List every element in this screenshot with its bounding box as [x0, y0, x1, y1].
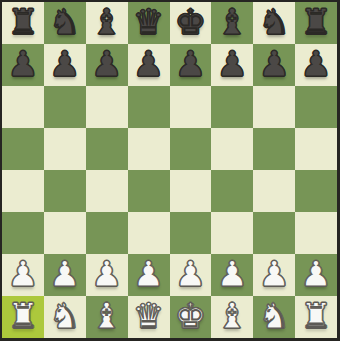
square-b1[interactable]: ♞: [44, 296, 86, 338]
black-bishop[interactable]: ♝: [91, 5, 122, 40]
square-c2[interactable]: ♟: [86, 254, 128, 296]
square-d7[interactable]: ♟: [128, 44, 170, 86]
square-c6[interactable]: [86, 86, 128, 128]
square-c5[interactable]: [86, 128, 128, 170]
white-pawn[interactable]: ♟: [7, 257, 38, 292]
square-d5[interactable]: [128, 128, 170, 170]
white-pawn[interactable]: ♟: [91, 257, 122, 292]
chess-board: ♜♞♝♛♚♝♞♜♟♟♟♟♟♟♟♟♟♟♟♟♟♟♟♟♜♞♝♛♚♝♞♜: [2, 2, 337, 338]
square-f6[interactable]: [211, 86, 253, 128]
square-e6[interactable]: [170, 86, 212, 128]
square-e5[interactable]: [170, 128, 212, 170]
square-c3[interactable]: [86, 212, 128, 254]
square-a3[interactable]: [2, 212, 44, 254]
white-bishop[interactable]: ♝: [217, 299, 248, 334]
square-g3[interactable]: [253, 212, 295, 254]
square-b4[interactable]: [44, 170, 86, 212]
white-knight[interactable]: ♞: [258, 299, 289, 334]
square-f1[interactable]: ♝: [211, 296, 253, 338]
square-d4[interactable]: [128, 170, 170, 212]
square-e2[interactable]: ♟: [170, 254, 212, 296]
white-pawn[interactable]: ♟: [258, 257, 289, 292]
square-e7[interactable]: ♟: [170, 44, 212, 86]
white-pawn[interactable]: ♟: [217, 257, 248, 292]
square-a6[interactable]: [2, 86, 44, 128]
square-b5[interactable]: [44, 128, 86, 170]
black-king[interactable]: ♚: [175, 5, 206, 40]
square-h8[interactable]: ♜: [295, 2, 337, 44]
black-rook[interactable]: ♜: [7, 5, 38, 40]
square-h2[interactable]: ♟: [295, 254, 337, 296]
square-g8[interactable]: ♞: [253, 2, 295, 44]
white-pawn[interactable]: ♟: [300, 257, 331, 292]
square-g1[interactable]: ♞: [253, 296, 295, 338]
square-g2[interactable]: ♟: [253, 254, 295, 296]
square-g6[interactable]: [253, 86, 295, 128]
black-pawn[interactable]: ♟: [133, 47, 164, 82]
square-d8[interactable]: ♛: [128, 2, 170, 44]
square-g5[interactable]: [253, 128, 295, 170]
black-pawn[interactable]: ♟: [7, 47, 38, 82]
square-c7[interactable]: ♟: [86, 44, 128, 86]
square-a8[interactable]: ♜: [2, 2, 44, 44]
black-rook[interactable]: ♜: [300, 5, 331, 40]
black-pawn[interactable]: ♟: [217, 47, 248, 82]
white-pawn[interactable]: ♟: [133, 257, 164, 292]
square-e8[interactable]: ♚: [170, 2, 212, 44]
square-b2[interactable]: ♟: [44, 254, 86, 296]
square-a2[interactable]: ♟: [2, 254, 44, 296]
square-b3[interactable]: [44, 212, 86, 254]
square-d1[interactable]: ♛: [128, 296, 170, 338]
white-pawn[interactable]: ♟: [49, 257, 80, 292]
square-f8[interactable]: ♝: [211, 2, 253, 44]
square-c1[interactable]: ♝: [86, 296, 128, 338]
square-d2[interactable]: ♟: [128, 254, 170, 296]
square-e3[interactable]: [170, 212, 212, 254]
square-g7[interactable]: ♟: [253, 44, 295, 86]
square-a7[interactable]: ♟: [2, 44, 44, 86]
black-knight[interactable]: ♞: [49, 5, 80, 40]
black-bishop[interactable]: ♝: [217, 5, 248, 40]
white-pawn[interactable]: ♟: [175, 257, 206, 292]
square-d3[interactable]: [128, 212, 170, 254]
square-e1[interactable]: ♚: [170, 296, 212, 338]
square-f5[interactable]: [211, 128, 253, 170]
white-queen[interactable]: ♛: [133, 299, 164, 334]
square-b7[interactable]: ♟: [44, 44, 86, 86]
square-a4[interactable]: [2, 170, 44, 212]
square-f7[interactable]: ♟: [211, 44, 253, 86]
black-knight[interactable]: ♞: [258, 5, 289, 40]
square-h4[interactable]: [295, 170, 337, 212]
white-rook[interactable]: ♜: [300, 299, 331, 334]
square-g4[interactable]: [253, 170, 295, 212]
square-f3[interactable]: [211, 212, 253, 254]
square-h1[interactable]: ♜: [295, 296, 337, 338]
white-knight[interactable]: ♞: [49, 299, 80, 334]
square-e4[interactable]: [170, 170, 212, 212]
square-a5[interactable]: [2, 128, 44, 170]
square-h6[interactable]: [295, 86, 337, 128]
square-f4[interactable]: [211, 170, 253, 212]
black-pawn[interactable]: ♟: [175, 47, 206, 82]
square-c8[interactable]: ♝: [86, 2, 128, 44]
white-bishop[interactable]: ♝: [91, 299, 122, 334]
square-d6[interactable]: [128, 86, 170, 128]
square-h5[interactable]: [295, 128, 337, 170]
black-pawn[interactable]: ♟: [300, 47, 331, 82]
square-h3[interactable]: [295, 212, 337, 254]
square-b8[interactable]: ♞: [44, 2, 86, 44]
square-b6[interactable]: [44, 86, 86, 128]
black-pawn[interactable]: ♟: [49, 47, 80, 82]
square-h7[interactable]: ♟: [295, 44, 337, 86]
white-rook[interactable]: ♜: [7, 299, 38, 334]
square-f2[interactable]: ♟: [211, 254, 253, 296]
square-c4[interactable]: [86, 170, 128, 212]
chess-board-frame: ♜♞♝♛♚♝♞♜♟♟♟♟♟♟♟♟♟♟♟♟♟♟♟♟♜♞♝♛♚♝♞♜: [0, 0, 340, 341]
white-king[interactable]: ♚: [175, 299, 206, 334]
black-pawn[interactable]: ♟: [91, 47, 122, 82]
black-pawn[interactable]: ♟: [258, 47, 289, 82]
black-queen[interactable]: ♛: [133, 5, 164, 40]
square-a1[interactable]: ♜: [2, 296, 44, 338]
